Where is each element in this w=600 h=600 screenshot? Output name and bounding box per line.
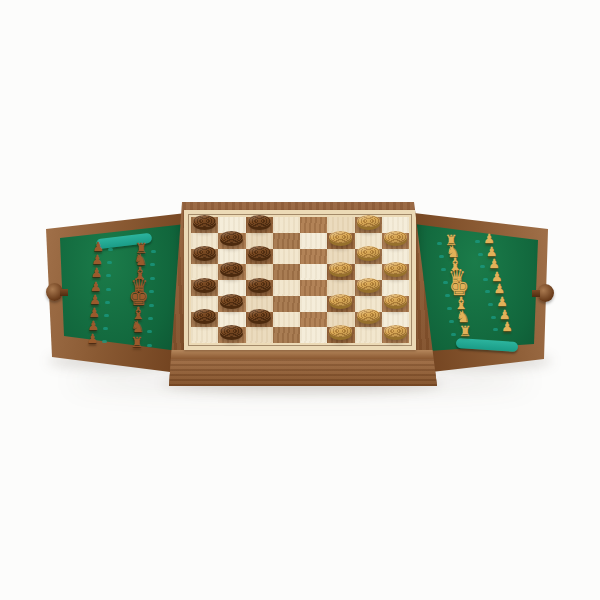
chess-piece-pawn: ♟ — [86, 332, 99, 345]
board-square — [300, 296, 327, 312]
teal-felt-base-fleck — [108, 248, 113, 251]
board-square — [273, 280, 300, 296]
board-square — [273, 217, 300, 233]
light-checker — [329, 294, 352, 306]
box-front-face — [168, 359, 438, 388]
dark-checker — [220, 294, 243, 306]
light-checker — [329, 231, 352, 243]
dark-checker — [248, 278, 271, 290]
teal-felt-base-fleck — [441, 268, 446, 271]
light-checker — [384, 262, 407, 274]
board-square — [300, 264, 327, 280]
board-square — [273, 264, 300, 280]
board-square — [273, 233, 300, 249]
teal-felt-base-fleck — [491, 316, 496, 319]
board-square — [273, 249, 300, 265]
chessboard-box — [168, 202, 438, 386]
chess-piece-rook: ♜ — [130, 335, 144, 349]
light-checker — [384, 325, 407, 337]
board-square — [273, 312, 300, 328]
teal-felt-base-fleck — [449, 320, 454, 323]
teal-felt-base-fleck — [483, 278, 488, 281]
teal-felt-base-fleck — [147, 344, 152, 347]
chess-piece-pawn: ♟ — [87, 319, 100, 332]
light-checker — [384, 294, 407, 306]
teal-felt-base-fleck — [451, 333, 456, 336]
chess-piece-pawn: ♟ — [92, 240, 105, 253]
dark-checker — [220, 231, 243, 243]
teal-felt-base-fleck — [437, 242, 442, 245]
chess-piece-knight: ♞ — [129, 319, 145, 335]
light-checker — [357, 215, 380, 227]
chess-piece-pawn: ♟ — [90, 266, 103, 279]
board-square — [300, 233, 327, 249]
teal-felt-base-fleck — [447, 307, 452, 310]
teal-felt-base-fleck — [148, 317, 153, 320]
light-checker — [384, 231, 407, 243]
light-checker — [357, 278, 380, 290]
teal-felt-base-fleck — [106, 288, 111, 291]
board-square — [273, 296, 300, 312]
chess-piece-pawn: ♟ — [88, 293, 101, 306]
drawer-knob-left — [46, 283, 63, 301]
box-front-bevel — [168, 350, 438, 359]
teal-felt-base-fleck — [104, 314, 109, 317]
product-photo-scene: ♟♟♟♟♟♟♟♟♜♞♝♛♚♝♞♜♜♞♝♛♚♝♞♜♟♟♟♟♟♟♟♟ — [0, 0, 600, 600]
board-square — [300, 312, 327, 328]
chess-piece-pawn: ♟ — [501, 320, 514, 333]
dark-checker — [193, 278, 216, 290]
board-square — [355, 327, 382, 343]
chess-piece-rook: ♜ — [458, 324, 472, 338]
teal-felt-base-fleck — [488, 303, 493, 306]
dark-checker — [193, 215, 216, 227]
teal-felt-base-fleck — [439, 255, 444, 258]
chess-piece-pawn: ♟ — [88, 306, 101, 319]
board-square — [246, 327, 273, 343]
teal-felt-base-fleck — [478, 253, 483, 256]
teal-felt-base-fleck — [105, 301, 110, 304]
board-square — [300, 217, 327, 233]
teal-felt-base-fleck — [150, 277, 155, 280]
teal-felt-base-fleck — [475, 240, 480, 243]
chess-piece-pawn: ♟ — [91, 253, 104, 266]
board-square — [300, 249, 327, 265]
teal-felt-base-fleck — [151, 250, 156, 253]
board-square — [300, 327, 327, 343]
board-square — [273, 327, 300, 343]
board-square — [191, 327, 218, 343]
dark-checker — [248, 215, 271, 227]
drawer-knob-right — [537, 284, 554, 302]
chess-piece-pawn: ♟ — [89, 280, 102, 293]
board-square — [300, 280, 327, 296]
chessboard-surface — [184, 210, 416, 350]
